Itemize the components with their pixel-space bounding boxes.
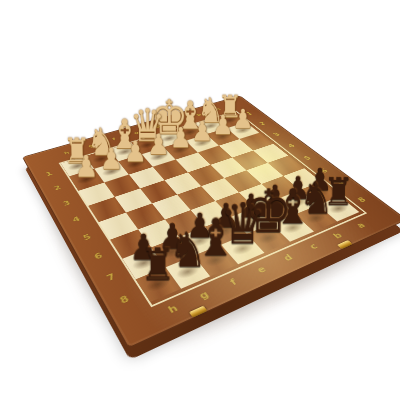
chess-set-photo: 12345678 12345678 hgfedcba hgfedcba ♜♞♝♛…	[0, 0, 400, 400]
white-pawn-d2[interactable]: ♟	[170, 124, 192, 152]
white-pawn-b2[interactable]: ♟	[212, 111, 234, 138]
coord-label: 5	[66, 223, 109, 253]
white-pawn-a2[interactable]: ♟	[232, 106, 253, 132]
board-3d: 12345678 12345678 hgfedcba hgfedcba ♜♞♝♛…	[22, 96, 400, 349]
square-e3[interactable]	[153, 159, 188, 180]
black-rook-h8[interactable]: ♜	[140, 243, 176, 287]
coord-label: 2	[39, 176, 77, 200]
square-c4[interactable]	[211, 158, 247, 179]
white-pawn-c2[interactable]: ♟	[191, 117, 213, 144]
square-g3[interactable]	[104, 174, 140, 196]
square-a4[interactable]	[253, 144, 288, 163]
scene: 12345678 12345678 hgfedcba hgfedcba ♜♞♝♛…	[0, 0, 400, 400]
white-pawn-e2[interactable]: ♟	[147, 130, 170, 158]
square-h8[interactable]: ♜	[136, 267, 181, 302]
white-pawn-h2[interactable]: ♟	[74, 151, 99, 181]
white-pawn-f2[interactable]: ♟	[124, 137, 147, 166]
coord-label: 4	[56, 206, 97, 234]
white-pawn-g2[interactable]: ♟	[99, 144, 123, 173]
